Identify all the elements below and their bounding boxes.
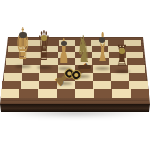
square-e1[interactable] — [75, 89, 94, 98]
chess-photo: ♚♛♟♞♝♜♟♟ — [0, 0, 150, 150]
square-a2[interactable] — [2, 81, 20, 90]
metal-top — [119, 48, 126, 54]
board-shadow — [4, 110, 146, 118]
square-g3[interactable] — [111, 73, 129, 81]
square-g2[interactable] — [111, 81, 129, 90]
square-h2[interactable] — [129, 81, 147, 90]
metal-top — [99, 37, 106, 43]
knight-glyph: ♞ — [77, 32, 91, 69]
pawn-glyph: ♟ — [59, 33, 69, 68]
square-g1[interactable] — [112, 89, 131, 98]
square-b3[interactable] — [22, 73, 40, 81]
rook-glyph: ♜ — [116, 42, 129, 71]
board-row — [1, 89, 149, 98]
square-a3[interactable] — [4, 73, 22, 81]
square-a1[interactable] — [1, 89, 20, 98]
square-h1[interactable] — [131, 89, 150, 98]
square-b1[interactable] — [19, 89, 38, 98]
king-glyph: ♚ — [16, 22, 30, 66]
square-b2[interactable] — [21, 81, 39, 90]
metal-top — [61, 41, 67, 46]
square-f1[interactable] — [94, 89, 113, 98]
metal-top — [41, 35, 48, 41]
metal-top — [19, 32, 26, 38]
bishop-glyph: ♝ — [96, 28, 109, 68]
square-c1[interactable] — [38, 89, 57, 98]
square-h3[interactable] — [129, 73, 147, 81]
knight-wood-base — [78, 65, 91, 69]
square-f2[interactable] — [93, 81, 111, 90]
queen-glyph: ♛ — [38, 26, 51, 67]
